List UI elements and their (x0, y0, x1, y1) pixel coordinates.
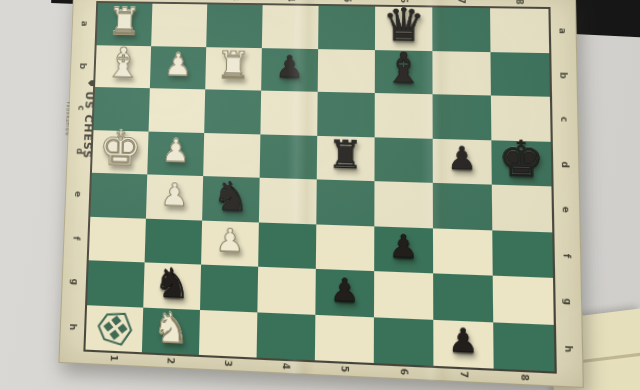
white-king: ♚ (98, 124, 143, 173)
black-rook: ♜ (328, 135, 364, 175)
square-e1 (90, 173, 147, 218)
square-e7 (433, 183, 492, 230)
white-pawn: ♟ (164, 50, 193, 81)
square-f8 (492, 230, 553, 278)
square-e8 (492, 185, 552, 232)
square-f1 (89, 216, 146, 262)
square-f6: ♟ (374, 226, 433, 273)
board-border: ♜♛♝♟♜♟♝♚♟♜♟♚♟♞♟♟♞♟♞♟ 12345678 12345678 a… (58, 0, 583, 388)
square-c5 (317, 92, 375, 137)
coordinate-label-b: b (61, 53, 105, 79)
coordinate-label-b: b (540, 61, 587, 88)
square-h7: ♟ (433, 319, 493, 368)
square-g6 (374, 271, 433, 319)
square-g8 (493, 276, 554, 325)
white-knight: ♞ (152, 306, 190, 349)
square-g4 (257, 267, 315, 315)
square-e2: ♟ (146, 174, 203, 220)
square-f7 (433, 228, 493, 276)
coordinate-label-3: 3 (227, 0, 242, 25)
square-c2 (149, 88, 206, 132)
coordinate-label-5: 5 (339, 0, 354, 27)
square-b2: ♟ (150, 46, 206, 90)
square-d1: ♚ (92, 130, 149, 175)
coordinate-label-4: 4 (283, 0, 298, 26)
square-g7 (433, 273, 493, 321)
square-g5: ♟ (315, 269, 374, 317)
square-d2: ♟ (147, 131, 204, 176)
chess-board: ♜♛♝♟♜♟♝♚♟♜♟♚♟♞♟♟♞♟♞♟ 12345678 12345678 a… (58, 0, 583, 388)
square-e4 (259, 178, 317, 224)
square-f2 (145, 218, 203, 264)
tournament-board-photo: ♜♛♝♟♜♟♝♚♟♜♟♚♟♞♟♟♞♟♞♟ 12345678 12345678 a… (0, 0, 640, 390)
square-e5 (316, 179, 374, 225)
black-pawn: ♟ (448, 324, 479, 359)
square-c1 (94, 87, 150, 131)
square-c3 (204, 89, 261, 134)
square-b4: ♟ (261, 48, 318, 92)
square-d4 (260, 134, 318, 179)
white-pawn: ♟ (161, 135, 190, 167)
white-pawn: ♟ (160, 179, 189, 211)
coordinate-label-a: a (63, 11, 107, 37)
coordinate-label-a: a (539, 18, 586, 45)
square-b5 (318, 49, 375, 93)
square-e3: ♞ (202, 176, 260, 222)
black-pawn: ♟ (330, 273, 360, 307)
square-e6 (374, 181, 433, 228)
square-b3: ♜ (205, 47, 262, 91)
square-f3: ♟ (201, 220, 259, 267)
square-c6 (375, 93, 433, 138)
square-d5: ♜ (317, 135, 375, 181)
black-pawn: ♟ (447, 143, 477, 176)
square-h3 (199, 309, 257, 357)
square-h1 (85, 305, 143, 353)
brand-tagline: FEDERATION (64, 101, 70, 136)
square-h2: ♞ (142, 307, 200, 355)
black-bishop: ♝ (384, 47, 424, 90)
square-f5 (316, 224, 374, 271)
us-chess-quilt-logo (95, 309, 134, 349)
square-h5 (315, 314, 374, 363)
us-chess-shield-icon: ⛊ (86, 80, 96, 87)
coordinate-label-7: 7 (454, 0, 469, 28)
square-c4 (260, 91, 317, 136)
black-pawn: ♟ (275, 52, 304, 83)
white-bishop: ♝ (104, 42, 143, 84)
square-g3 (200, 265, 258, 312)
square-c7 (433, 94, 492, 140)
us-chess-wordmark: ⛊ US CHESS FEDERATION (68, 82, 95, 157)
coordinate-label-2: 2 (172, 0, 187, 24)
square-h8 (493, 322, 554, 372)
square-d8: ♚ (491, 140, 551, 187)
file-labels-right: abcdefgh (548, 9, 583, 373)
square-c8 (491, 95, 551, 141)
black-knight: ♞ (153, 261, 191, 304)
square-d6 (374, 137, 432, 183)
square-d7: ♟ (433, 138, 492, 184)
square-h4 (257, 312, 316, 360)
black-knight: ♞ (212, 175, 250, 217)
coordinate-label-1: 1 (118, 0, 134, 23)
square-f4 (258, 222, 316, 269)
coordinate-label-8: 8 (511, 0, 527, 29)
square-g1 (87, 260, 144, 307)
black-king: ♚ (498, 134, 545, 185)
square-g2: ♞ (143, 262, 201, 309)
square-d3 (203, 132, 260, 177)
square-b6: ♝ (375, 50, 433, 95)
black-pawn: ♟ (389, 230, 419, 263)
white-rook: ♜ (216, 47, 251, 85)
board-grid: ♜♛♝♟♜♟♝♚♟♜♟♚♟♞♟♟♞♟♞♟ (85, 3, 554, 371)
square-h6 (374, 317, 434, 366)
white-pawn: ♟ (215, 224, 244, 257)
coordinate-label-6: 6 (396, 0, 411, 27)
square-b7 (432, 51, 491, 96)
